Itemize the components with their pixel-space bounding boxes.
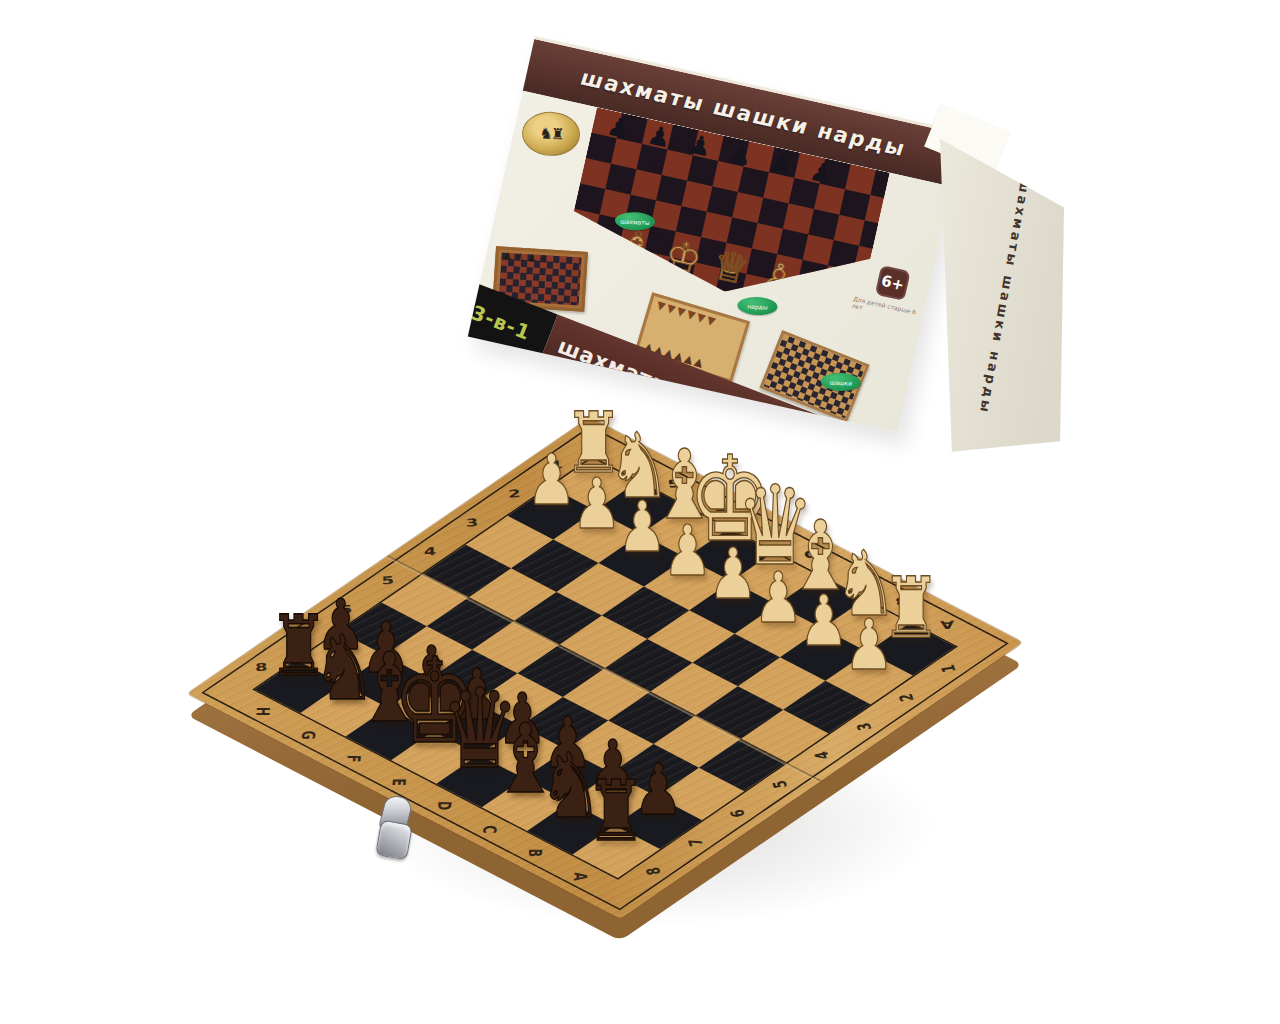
box-side-panel: шахматы шашки нарды [936,118,1068,462]
piece-white-pawn: ♟ [663,517,713,584]
coord-rank-right: 1 [937,661,961,677]
coord-rank-left: 4 [419,545,442,558]
piece-white-pawn: ♟ [799,588,849,655]
piece-black-rook: ♜ [586,772,646,852]
piece-white-pawn: ♟ [708,541,758,608]
coord-file-bottom: F [343,752,364,765]
coord-rank-right: 3 [852,719,876,735]
coord-rank-left: 2 [503,487,526,500]
box-side-title: шахматы шашки нарды [976,178,1032,416]
coord-rank-right: 6 [726,805,750,821]
piece-white-pawn: ♟ [572,470,622,537]
metal-clasp [372,796,420,860]
sticker-backgammon: нарды [737,296,778,316]
coord-file-bottom: B [524,846,545,859]
coord-file-bottom: A [570,870,591,883]
age-badge: 6+ [875,265,911,301]
coord-file-bottom: E [388,775,409,788]
piece-white-pawn: ♟ [617,494,667,561]
coord-rank-left: 5 [376,574,399,587]
coord-file-bottom: C [479,823,500,836]
coord-file-bottom: D [434,799,455,812]
coord-rank-right: 8 [641,863,665,879]
coord-rank-left: 3 [461,516,484,529]
coord-file-bottom: G [297,728,318,741]
piece-white-pawn: ♟ [844,612,894,679]
product-photo-scene: шахматы шашки нарды 6+ Для детей старше … [0,0,1280,1024]
coord-rank-right: 5 [768,776,792,792]
coord-rank-right: 7 [684,834,708,850]
piece-white-pawn: ♟ [753,565,803,632]
piece-white-pawn: ♟ [527,447,577,514]
coord-rank-right: 4 [810,747,834,763]
coord-rank-right: 2 [894,690,918,706]
brand-emblem [521,111,581,158]
coord-file-bottom: H [252,705,273,718]
age-caption: Для детей старше 6 лет [851,295,922,324]
